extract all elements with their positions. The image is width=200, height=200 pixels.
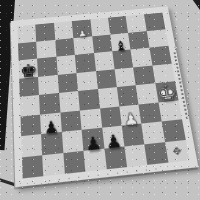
square-d4[interactable] <box>78 89 99 110</box>
square-h2[interactable] <box>161 119 185 141</box>
piece-black-pawn[interactable]: ♟ <box>85 135 102 152</box>
square-d8[interactable]: ♟ <box>72 19 92 37</box>
square-d3[interactable] <box>80 108 102 130</box>
compass-emblem-icon: ✥ <box>165 139 190 162</box>
table-edge-corner <box>191 0 200 10</box>
square-c2[interactable] <box>62 130 84 153</box>
square-c8[interactable] <box>54 21 74 39</box>
square-e8[interactable] <box>90 18 110 36</box>
square-a4[interactable] <box>20 95 41 116</box>
piece-black-bishop[interactable]: ♝ <box>114 40 128 52</box>
piece-white-king[interactable]: ♚ <box>156 84 179 105</box>
square-f5[interactable] <box>115 67 137 87</box>
square-b4[interactable] <box>39 93 60 114</box>
square-e7[interactable] <box>92 34 112 53</box>
square-c1[interactable] <box>63 150 85 174</box>
square-h6[interactable] <box>149 46 171 65</box>
square-b3[interactable]: ♟ <box>40 112 61 134</box>
square-c6[interactable] <box>56 55 76 75</box>
square-a8[interactable] <box>17 25 36 43</box>
square-c4[interactable] <box>59 91 80 112</box>
piece-black-pawn[interactable]: ♟ <box>43 120 59 136</box>
square-c3[interactable] <box>60 110 82 132</box>
square-e6[interactable] <box>94 51 115 71</box>
square-f7[interactable]: ♝ <box>110 32 131 51</box>
square-h4[interactable]: ♚ <box>155 81 178 102</box>
square-a2[interactable] <box>21 134 42 157</box>
photo-scene: ♟♝♚♚♟♟♟♟✥ <box>0 0 200 200</box>
square-a3[interactable] <box>21 114 42 136</box>
square-b5[interactable] <box>38 75 58 95</box>
square-a6[interactable]: ♚ <box>19 59 39 79</box>
square-a7[interactable] <box>18 41 37 60</box>
square-h8[interactable] <box>144 13 166 31</box>
square-a1[interactable] <box>22 155 44 179</box>
piece-white-pawn[interactable]: ♟ <box>123 112 140 127</box>
square-d2[interactable]: ♟ <box>82 128 104 151</box>
square-b7[interactable] <box>37 39 57 58</box>
square-c5[interactable] <box>58 73 79 93</box>
piece-black-king[interactable]: ♚ <box>20 63 38 80</box>
square-e3[interactable] <box>100 106 122 128</box>
square-b6[interactable] <box>37 57 57 77</box>
square-h7[interactable] <box>147 29 169 48</box>
square-e5[interactable] <box>96 69 117 89</box>
square-b8[interactable] <box>36 23 55 41</box>
square-h1[interactable]: ✥ <box>165 139 190 162</box>
square-d5[interactable] <box>77 71 98 91</box>
square-d6[interactable] <box>75 53 96 73</box>
square-c7[interactable] <box>55 38 75 57</box>
piece-black-pawn[interactable]: ♟ <box>105 133 123 150</box>
square-e2[interactable]: ♟ <box>102 126 125 149</box>
square-b1[interactable] <box>43 152 65 176</box>
square-e4[interactable] <box>98 87 120 108</box>
piece-white-pawn[interactable]: ♟ <box>77 29 87 38</box>
square-f8[interactable] <box>108 16 128 34</box>
chess-board: ♟♝♚♚♟♟♟♟✥ <box>11 6 199 187</box>
chess-grid: ♟♝♚♚♟♟♟♟✥ <box>17 13 189 179</box>
